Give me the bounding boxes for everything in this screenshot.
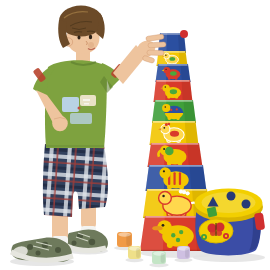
product-photo [0, 0, 270, 270]
shape-sorter-bucket [194, 189, 265, 256]
wing [170, 131, 179, 137]
platypus-bill [152, 226, 162, 230]
shell-spot [176, 108, 178, 110]
animal-eye [163, 148, 165, 150]
elephant-ear [165, 147, 174, 156]
animal-eye [163, 170, 165, 172]
cheek-blush [88, 42, 94, 48]
finger [148, 42, 166, 48]
camo-spot [72, 241, 77, 246]
block-shade [185, 248, 189, 258]
animal-eye [162, 195, 164, 197]
butterfly-wing [216, 230, 222, 236]
lid-hole-circle [242, 200, 251, 209]
block-yellow [128, 246, 141, 259]
camo-spot [55, 247, 61, 253]
animal-head [159, 192, 172, 205]
tshirt-print-text-bar [83, 99, 90, 101]
wing [170, 89, 177, 94]
animal-eye [163, 127, 165, 129]
spot [179, 230, 183, 234]
photo-frame [0, 0, 270, 270]
camo-spot [36, 251, 41, 256]
right-eye [89, 35, 92, 39]
hen-comb [165, 123, 168, 126]
finger [147, 50, 164, 56]
child-left-fist [52, 116, 68, 132]
cup-5 [152, 100, 196, 123]
wing [170, 71, 177, 75]
spot [171, 233, 175, 237]
cup-7 [148, 143, 203, 167]
tiger-stripe [173, 172, 175, 185]
animal-head [160, 167, 171, 178]
block-shade [161, 253, 165, 263]
tiger-stripe [179, 172, 181, 185]
animal-eye [165, 55, 166, 56]
flower-center [225, 235, 227, 237]
animal-eye [165, 86, 166, 87]
lid-hole-circle [227, 192, 236, 201]
animal-head [162, 104, 170, 112]
scene-illustration [0, 0, 270, 270]
animal-head [161, 125, 170, 134]
wing [169, 57, 175, 61]
tshirt-print-text-bar [84, 103, 89, 105]
animal-eye [165, 106, 167, 108]
block-orange [117, 232, 132, 247]
cup-4 [154, 80, 193, 102]
pony-mane [185, 191, 189, 195]
animal-head [164, 67, 171, 74]
block-mint [152, 251, 166, 264]
tshirt-print-dot [78, 107, 81, 110]
red-knob [180, 30, 188, 38]
shell-spot [170, 109, 172, 111]
butterfly-wing [210, 230, 216, 236]
block-lavender [177, 246, 190, 259]
hen-comb [168, 123, 171, 126]
flower-center [203, 236, 205, 238]
butterfly-wing [216, 223, 225, 232]
cup-6 [150, 121, 199, 145]
cup-1-top [158, 30, 188, 53]
camo-spot [89, 239, 95, 245]
animal-eye [162, 224, 165, 227]
block-shade [126, 234, 131, 246]
animal-head [164, 53, 170, 59]
tshirt-print [70, 113, 92, 124]
block-shade [136, 248, 140, 258]
cup-8 [146, 165, 207, 191]
left-eye [78, 36, 81, 40]
camo-spot [27, 244, 33, 250]
spot [176, 238, 180, 242]
lid-hole-square [207, 207, 218, 218]
tshirt-print [62, 97, 79, 112]
animal-eye [165, 69, 166, 70]
animal-head [162, 84, 169, 91]
pony-mane [179, 189, 183, 193]
cup-3 [156, 64, 191, 82]
